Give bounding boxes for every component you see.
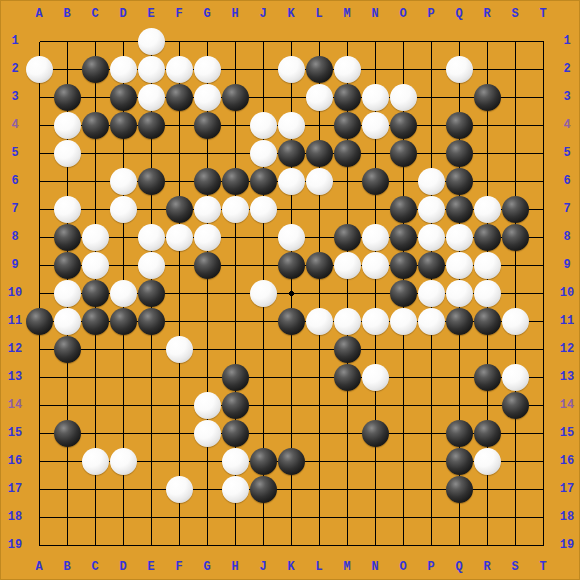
intersection-L4[interactable] [305, 111, 333, 139]
intersection-E13[interactable] [137, 363, 165, 391]
intersection-Q19[interactable] [445, 531, 473, 559]
intersection-F2[interactable] [165, 55, 193, 83]
intersection-T6[interactable] [529, 167, 557, 195]
intersection-M5[interactable] [333, 139, 361, 167]
intersection-C1[interactable] [81, 27, 109, 55]
intersection-M15[interactable] [333, 419, 361, 447]
intersection-R19[interactable] [473, 531, 501, 559]
intersection-A13[interactable] [25, 363, 53, 391]
intersection-L13[interactable] [305, 363, 333, 391]
intersection-L18[interactable] [305, 503, 333, 531]
intersection-T5[interactable] [529, 139, 557, 167]
intersection-J13[interactable] [249, 363, 277, 391]
intersection-J12[interactable] [249, 335, 277, 363]
intersection-D17[interactable] [109, 475, 137, 503]
intersection-J3[interactable] [249, 83, 277, 111]
intersection-M16[interactable] [333, 447, 361, 475]
intersection-S9[interactable] [501, 251, 529, 279]
intersection-E16[interactable] [137, 447, 165, 475]
intersection-J2[interactable] [249, 55, 277, 83]
intersection-R16[interactable] [473, 447, 501, 475]
intersection-K10[interactable] [277, 279, 305, 307]
intersection-D12[interactable] [109, 335, 137, 363]
intersection-H11[interactable] [221, 307, 249, 335]
intersection-F13[interactable] [165, 363, 193, 391]
intersection-A7[interactable] [25, 195, 53, 223]
intersection-C14[interactable] [81, 391, 109, 419]
intersection-A16[interactable] [25, 447, 53, 475]
intersection-H16[interactable] [221, 447, 249, 475]
intersection-O9[interactable] [389, 251, 417, 279]
intersection-H4[interactable] [221, 111, 249, 139]
intersection-L8[interactable] [305, 223, 333, 251]
intersection-O13[interactable] [389, 363, 417, 391]
intersection-E2[interactable] [137, 55, 165, 83]
intersection-C8[interactable] [81, 223, 109, 251]
intersection-L15[interactable] [305, 419, 333, 447]
intersection-O12[interactable] [389, 335, 417, 363]
intersection-L14[interactable] [305, 391, 333, 419]
intersection-D3[interactable] [109, 83, 137, 111]
intersection-K8[interactable] [277, 223, 305, 251]
intersection-M11[interactable] [333, 307, 361, 335]
intersection-D9[interactable] [109, 251, 137, 279]
intersection-K11[interactable] [277, 307, 305, 335]
intersection-T9[interactable] [529, 251, 557, 279]
intersection-H3[interactable] [221, 83, 249, 111]
intersection-M18[interactable] [333, 503, 361, 531]
intersection-B11[interactable] [53, 307, 81, 335]
intersection-D5[interactable] [109, 139, 137, 167]
intersection-P4[interactable] [417, 111, 445, 139]
intersection-H14[interactable] [221, 391, 249, 419]
intersection-R14[interactable] [473, 391, 501, 419]
intersection-K16[interactable] [277, 447, 305, 475]
intersection-E15[interactable] [137, 419, 165, 447]
intersection-M10[interactable] [333, 279, 361, 307]
intersection-S1[interactable] [501, 27, 529, 55]
intersection-J1[interactable] [249, 27, 277, 55]
intersection-P15[interactable] [417, 419, 445, 447]
intersection-T14[interactable] [529, 391, 557, 419]
intersection-P14[interactable] [417, 391, 445, 419]
intersection-Q9[interactable] [445, 251, 473, 279]
intersection-P19[interactable] [417, 531, 445, 559]
intersection-F5[interactable] [165, 139, 193, 167]
intersection-C10[interactable] [81, 279, 109, 307]
intersection-G15[interactable] [193, 419, 221, 447]
intersection-O8[interactable] [389, 223, 417, 251]
intersection-J7[interactable] [249, 195, 277, 223]
intersection-T15[interactable] [529, 419, 557, 447]
intersection-C5[interactable] [81, 139, 109, 167]
intersection-H8[interactable] [221, 223, 249, 251]
intersection-S4[interactable] [501, 111, 529, 139]
intersection-N2[interactable] [361, 55, 389, 83]
intersection-M12[interactable] [333, 335, 361, 363]
intersection-H7[interactable] [221, 195, 249, 223]
intersection-R1[interactable] [473, 27, 501, 55]
intersection-A1[interactable] [25, 27, 53, 55]
intersection-A18[interactable] [25, 503, 53, 531]
intersection-D4[interactable] [109, 111, 137, 139]
intersection-J11[interactable] [249, 307, 277, 335]
intersection-S18[interactable] [501, 503, 529, 531]
intersection-C7[interactable] [81, 195, 109, 223]
intersection-E11[interactable] [137, 307, 165, 335]
intersection-Q18[interactable] [445, 503, 473, 531]
intersection-M2[interactable] [333, 55, 361, 83]
intersection-H10[interactable] [221, 279, 249, 307]
intersection-L9[interactable] [305, 251, 333, 279]
intersection-G3[interactable] [193, 83, 221, 111]
intersection-L10[interactable] [305, 279, 333, 307]
intersection-R13[interactable] [473, 363, 501, 391]
intersection-R10[interactable] [473, 279, 501, 307]
intersection-N3[interactable] [361, 83, 389, 111]
intersection-J14[interactable] [249, 391, 277, 419]
intersection-P18[interactable] [417, 503, 445, 531]
intersection-F9[interactable] [165, 251, 193, 279]
intersection-D6[interactable] [109, 167, 137, 195]
intersection-J18[interactable] [249, 503, 277, 531]
intersection-F10[interactable] [165, 279, 193, 307]
intersection-K14[interactable] [277, 391, 305, 419]
intersection-C3[interactable] [81, 83, 109, 111]
intersection-N6[interactable] [361, 167, 389, 195]
intersection-G13[interactable] [193, 363, 221, 391]
intersection-H18[interactable] [221, 503, 249, 531]
intersection-K5[interactable] [277, 139, 305, 167]
intersection-D14[interactable] [109, 391, 137, 419]
intersection-G14[interactable] [193, 391, 221, 419]
intersection-R7[interactable] [473, 195, 501, 223]
intersection-P2[interactable] [417, 55, 445, 83]
intersection-D7[interactable] [109, 195, 137, 223]
intersection-R5[interactable] [473, 139, 501, 167]
intersection-N15[interactable] [361, 419, 389, 447]
intersection-Q6[interactable] [445, 167, 473, 195]
intersection-B18[interactable] [53, 503, 81, 531]
intersection-H15[interactable] [221, 419, 249, 447]
intersection-R3[interactable] [473, 83, 501, 111]
intersection-D2[interactable] [109, 55, 137, 83]
intersection-S15[interactable] [501, 419, 529, 447]
intersection-M8[interactable] [333, 223, 361, 251]
intersection-F17[interactable] [165, 475, 193, 503]
intersection-S6[interactable] [501, 167, 529, 195]
intersection-K2[interactable] [277, 55, 305, 83]
intersection-B19[interactable] [53, 531, 81, 559]
intersection-F4[interactable] [165, 111, 193, 139]
intersection-S17[interactable] [501, 475, 529, 503]
intersection-E19[interactable] [137, 531, 165, 559]
intersection-T18[interactable] [529, 503, 557, 531]
intersection-G17[interactable] [193, 475, 221, 503]
intersection-Q7[interactable] [445, 195, 473, 223]
intersection-Q10[interactable] [445, 279, 473, 307]
intersection-R18[interactable] [473, 503, 501, 531]
intersection-B13[interactable] [53, 363, 81, 391]
intersection-H1[interactable] [221, 27, 249, 55]
intersection-R17[interactable] [473, 475, 501, 503]
intersection-P3[interactable] [417, 83, 445, 111]
intersection-D15[interactable] [109, 419, 137, 447]
intersection-D11[interactable] [109, 307, 137, 335]
intersection-T4[interactable] [529, 111, 557, 139]
intersection-D18[interactable] [109, 503, 137, 531]
intersection-H17[interactable] [221, 475, 249, 503]
intersection-G2[interactable] [193, 55, 221, 83]
intersection-E12[interactable] [137, 335, 165, 363]
intersection-C16[interactable] [81, 447, 109, 475]
intersection-O4[interactable] [389, 111, 417, 139]
intersection-E10[interactable] [137, 279, 165, 307]
intersection-T10[interactable] [529, 279, 557, 307]
intersection-N19[interactable] [361, 531, 389, 559]
intersection-J16[interactable] [249, 447, 277, 475]
intersection-E3[interactable] [137, 83, 165, 111]
intersection-C19[interactable] [81, 531, 109, 559]
intersection-O11[interactable] [389, 307, 417, 335]
intersection-E18[interactable] [137, 503, 165, 531]
intersection-O5[interactable] [389, 139, 417, 167]
intersection-H12[interactable] [221, 335, 249, 363]
intersection-L3[interactable] [305, 83, 333, 111]
intersection-S8[interactable] [501, 223, 529, 251]
intersection-C12[interactable] [81, 335, 109, 363]
intersection-C2[interactable] [81, 55, 109, 83]
intersection-K9[interactable] [277, 251, 305, 279]
intersection-D1[interactable] [109, 27, 137, 55]
intersection-P1[interactable] [417, 27, 445, 55]
intersection-N12[interactable] [361, 335, 389, 363]
intersection-L1[interactable] [305, 27, 333, 55]
intersection-F15[interactable] [165, 419, 193, 447]
intersection-G9[interactable] [193, 251, 221, 279]
intersection-E8[interactable] [137, 223, 165, 251]
intersection-P8[interactable] [417, 223, 445, 251]
intersection-G4[interactable] [193, 111, 221, 139]
intersection-H5[interactable] [221, 139, 249, 167]
intersection-N4[interactable] [361, 111, 389, 139]
intersection-F7[interactable] [165, 195, 193, 223]
intersection-J9[interactable] [249, 251, 277, 279]
intersection-N1[interactable] [361, 27, 389, 55]
intersection-T8[interactable] [529, 223, 557, 251]
intersection-N13[interactable] [361, 363, 389, 391]
intersection-P9[interactable] [417, 251, 445, 279]
intersection-E7[interactable] [137, 195, 165, 223]
intersection-J6[interactable] [249, 167, 277, 195]
intersection-S3[interactable] [501, 83, 529, 111]
intersection-T19[interactable] [529, 531, 557, 559]
intersection-Q5[interactable] [445, 139, 473, 167]
intersection-B15[interactable] [53, 419, 81, 447]
intersection-F18[interactable] [165, 503, 193, 531]
intersection-C15[interactable] [81, 419, 109, 447]
intersection-M7[interactable] [333, 195, 361, 223]
intersection-Q11[interactable] [445, 307, 473, 335]
intersection-P6[interactable] [417, 167, 445, 195]
intersection-N10[interactable] [361, 279, 389, 307]
intersection-J19[interactable] [249, 531, 277, 559]
intersection-Q13[interactable] [445, 363, 473, 391]
intersection-A4[interactable] [25, 111, 53, 139]
intersection-F1[interactable] [165, 27, 193, 55]
intersection-N8[interactable] [361, 223, 389, 251]
intersection-J17[interactable] [249, 475, 277, 503]
intersection-M13[interactable] [333, 363, 361, 391]
intersection-F12[interactable] [165, 335, 193, 363]
intersection-S12[interactable] [501, 335, 529, 363]
intersection-P12[interactable] [417, 335, 445, 363]
intersection-T17[interactable] [529, 475, 557, 503]
intersection-E9[interactable] [137, 251, 165, 279]
intersection-T13[interactable] [529, 363, 557, 391]
intersection-E5[interactable] [137, 139, 165, 167]
intersection-G8[interactable] [193, 223, 221, 251]
intersection-R11[interactable] [473, 307, 501, 335]
intersection-A3[interactable] [25, 83, 53, 111]
intersection-N5[interactable] [361, 139, 389, 167]
intersection-O10[interactable] [389, 279, 417, 307]
intersection-P13[interactable] [417, 363, 445, 391]
intersection-B5[interactable] [53, 139, 81, 167]
intersection-A12[interactable] [25, 335, 53, 363]
intersection-R9[interactable] [473, 251, 501, 279]
intersection-S13[interactable] [501, 363, 529, 391]
intersection-G5[interactable] [193, 139, 221, 167]
intersection-B17[interactable] [53, 475, 81, 503]
intersection-T12[interactable] [529, 335, 557, 363]
intersection-K7[interactable] [277, 195, 305, 223]
intersection-G12[interactable] [193, 335, 221, 363]
intersection-O17[interactable] [389, 475, 417, 503]
intersection-K13[interactable] [277, 363, 305, 391]
intersection-M19[interactable] [333, 531, 361, 559]
intersection-J10[interactable] [249, 279, 277, 307]
intersection-B12[interactable] [53, 335, 81, 363]
intersection-H19[interactable] [221, 531, 249, 559]
intersection-H2[interactable] [221, 55, 249, 83]
intersection-O1[interactable] [389, 27, 417, 55]
intersection-M6[interactable] [333, 167, 361, 195]
intersection-O14[interactable] [389, 391, 417, 419]
intersection-E14[interactable] [137, 391, 165, 419]
intersection-S16[interactable] [501, 447, 529, 475]
intersection-F8[interactable] [165, 223, 193, 251]
intersection-G6[interactable] [193, 167, 221, 195]
intersection-T16[interactable] [529, 447, 557, 475]
intersection-T2[interactable] [529, 55, 557, 83]
intersection-F19[interactable] [165, 531, 193, 559]
intersection-L11[interactable] [305, 307, 333, 335]
intersection-S14[interactable] [501, 391, 529, 419]
intersection-O16[interactable] [389, 447, 417, 475]
intersection-N17[interactable] [361, 475, 389, 503]
intersection-C4[interactable] [81, 111, 109, 139]
intersection-R4[interactable] [473, 111, 501, 139]
intersection-E17[interactable] [137, 475, 165, 503]
intersection-Q16[interactable] [445, 447, 473, 475]
intersection-Q1[interactable] [445, 27, 473, 55]
intersection-D13[interactable] [109, 363, 137, 391]
intersection-G19[interactable] [193, 531, 221, 559]
intersection-H6[interactable] [221, 167, 249, 195]
intersection-E1[interactable] [137, 27, 165, 55]
intersection-A10[interactable] [25, 279, 53, 307]
intersection-B14[interactable] [53, 391, 81, 419]
intersection-F16[interactable] [165, 447, 193, 475]
intersection-K4[interactable] [277, 111, 305, 139]
intersection-C13[interactable] [81, 363, 109, 391]
intersection-S11[interactable] [501, 307, 529, 335]
intersection-L16[interactable] [305, 447, 333, 475]
intersection-B6[interactable] [53, 167, 81, 195]
intersection-C17[interactable] [81, 475, 109, 503]
intersection-P10[interactable] [417, 279, 445, 307]
intersection-O2[interactable] [389, 55, 417, 83]
intersection-N11[interactable] [361, 307, 389, 335]
intersection-C6[interactable] [81, 167, 109, 195]
intersection-B9[interactable] [53, 251, 81, 279]
intersection-D16[interactable] [109, 447, 137, 475]
intersection-P5[interactable] [417, 139, 445, 167]
intersection-F3[interactable] [165, 83, 193, 111]
intersection-R8[interactable] [473, 223, 501, 251]
intersection-P7[interactable] [417, 195, 445, 223]
intersection-M9[interactable] [333, 251, 361, 279]
intersection-S2[interactable] [501, 55, 529, 83]
intersection-T1[interactable] [529, 27, 557, 55]
intersection-Q3[interactable] [445, 83, 473, 111]
intersection-Q8[interactable] [445, 223, 473, 251]
intersection-B16[interactable] [53, 447, 81, 475]
intersection-B7[interactable] [53, 195, 81, 223]
intersection-K6[interactable] [277, 167, 305, 195]
intersection-M17[interactable] [333, 475, 361, 503]
intersection-B2[interactable] [53, 55, 81, 83]
intersection-A8[interactable] [25, 223, 53, 251]
intersection-P16[interactable] [417, 447, 445, 475]
intersection-D19[interactable] [109, 531, 137, 559]
intersection-L5[interactable] [305, 139, 333, 167]
intersection-A19[interactable] [25, 531, 53, 559]
intersection-M4[interactable] [333, 111, 361, 139]
intersection-K12[interactable] [277, 335, 305, 363]
intersection-C18[interactable] [81, 503, 109, 531]
intersection-Q12[interactable] [445, 335, 473, 363]
intersection-A11[interactable] [25, 307, 53, 335]
intersection-G18[interactable] [193, 503, 221, 531]
intersection-N18[interactable] [361, 503, 389, 531]
intersection-F11[interactable] [165, 307, 193, 335]
intersection-J15[interactable] [249, 419, 277, 447]
intersection-O3[interactable] [389, 83, 417, 111]
intersection-B3[interactable] [53, 83, 81, 111]
intersection-D8[interactable] [109, 223, 137, 251]
intersection-B1[interactable] [53, 27, 81, 55]
intersection-R15[interactable] [473, 419, 501, 447]
intersection-C11[interactable] [81, 307, 109, 335]
intersection-A14[interactable] [25, 391, 53, 419]
intersection-K3[interactable] [277, 83, 305, 111]
intersection-M3[interactable] [333, 83, 361, 111]
intersection-J8[interactable] [249, 223, 277, 251]
intersection-H9[interactable] [221, 251, 249, 279]
intersection-A15[interactable] [25, 419, 53, 447]
